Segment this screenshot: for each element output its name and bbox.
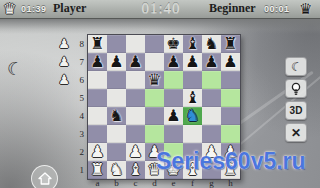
file-label-e: e bbox=[164, 179, 183, 188]
square-f5[interactable]: ♝ bbox=[183, 89, 202, 107]
piece-black-pawn: ♟ bbox=[202, 52, 221, 71]
square-a7[interactable]: ♟ bbox=[88, 53, 107, 71]
file-label-c: c bbox=[126, 179, 145, 188]
hint-button[interactable] bbox=[285, 79, 307, 98]
close-button[interactable]: ✕ bbox=[285, 123, 307, 142]
square-c2[interactable]: ♟ bbox=[126, 143, 145, 161]
watermark-text: Series60v5.ru bbox=[156, 148, 306, 175]
piece-black-pawn: ♟ bbox=[164, 106, 183, 125]
square-h5[interactable] bbox=[221, 89, 240, 107]
square-f7[interactable]: ♟ bbox=[183, 53, 202, 71]
square-g7[interactable]: ♟ bbox=[202, 53, 221, 71]
square-g8[interactable]: ♞ bbox=[202, 35, 221, 53]
square-c1[interactable]: ♝ bbox=[126, 161, 145, 179]
captured-white-pawns-tray: ♟♟♟ bbox=[56, 35, 72, 89]
square-d3[interactable] bbox=[145, 125, 164, 143]
piece-white-pawn: ♟ bbox=[88, 142, 107, 161]
white-player-clock: 01:39 bbox=[21, 4, 47, 14]
piece-white-knight: ♞ bbox=[183, 106, 202, 125]
square-b8[interactable] bbox=[107, 35, 126, 53]
black-crown-icon: ♛ bbox=[299, 0, 312, 18]
rank-label-6: 6 bbox=[72, 71, 84, 89]
black-player-name: Beginner bbox=[209, 1, 256, 16]
rank-labels: 87654321 bbox=[72, 35, 84, 179]
captured-white-pawn-2: ♟ bbox=[56, 53, 72, 71]
square-d8[interactable] bbox=[145, 35, 164, 53]
square-e6[interactable] bbox=[164, 71, 183, 89]
piece-black-pawn: ♟ bbox=[88, 52, 107, 71]
rank-label-5: 5 bbox=[72, 89, 84, 107]
square-f6[interactable] bbox=[183, 71, 202, 89]
piece-black-pawn: ♟ bbox=[221, 52, 240, 71]
lightbulb-icon bbox=[290, 82, 302, 96]
square-b4[interactable]: ♞ bbox=[107, 107, 126, 125]
rank-label-4: 4 bbox=[72, 107, 84, 125]
file-labels: abcdefgh bbox=[88, 179, 240, 188]
square-g5[interactable] bbox=[202, 89, 221, 107]
square-c3[interactable] bbox=[126, 125, 145, 143]
square-d7[interactable] bbox=[145, 53, 164, 71]
square-e4[interactable]: ♟ bbox=[164, 107, 183, 125]
captured-white-pawn-3: ♟ bbox=[56, 71, 72, 89]
top-status-bar: ♛ 01:39 Player 01:40 Beginner 00:01 ♛ bbox=[0, 0, 320, 19]
file-label-g: g bbox=[202, 179, 221, 188]
square-e8[interactable]: ♚ bbox=[164, 35, 183, 53]
square-h8[interactable]: ♜ bbox=[221, 35, 240, 53]
piece-black-knight: ♞ bbox=[202, 34, 221, 53]
square-b3[interactable] bbox=[107, 125, 126, 143]
piece-black-pawn: ♟ bbox=[126, 52, 145, 71]
square-b6[interactable] bbox=[107, 71, 126, 89]
file-label-h: h bbox=[221, 179, 240, 188]
rank-label-8: 8 bbox=[72, 35, 84, 53]
square-f8[interactable]: ♝ bbox=[183, 35, 202, 53]
square-g3[interactable] bbox=[202, 125, 221, 143]
home-button[interactable] bbox=[31, 165, 58, 188]
piece-white-bishop: ♝ bbox=[126, 160, 145, 179]
square-g4[interactable] bbox=[202, 107, 221, 125]
square-e5[interactable] bbox=[164, 89, 183, 107]
square-a6[interactable] bbox=[88, 71, 107, 89]
square-h3[interactable] bbox=[221, 125, 240, 143]
view-3d-button[interactable]: 3D bbox=[285, 101, 307, 120]
square-g6[interactable] bbox=[202, 71, 221, 89]
square-a8[interactable]: ♜ bbox=[88, 35, 107, 53]
file-label-f: f bbox=[183, 179, 202, 188]
square-c4[interactable] bbox=[126, 107, 145, 125]
rank-label-3: 3 bbox=[72, 125, 84, 143]
square-h4[interactable] bbox=[221, 107, 240, 125]
white-player-name: Player bbox=[53, 1, 86, 16]
file-label-b: b bbox=[107, 179, 126, 188]
piece-black-knight: ♞ bbox=[107, 106, 126, 125]
view-3d-label: 3D bbox=[290, 105, 303, 116]
piece-black-rook: ♜ bbox=[221, 34, 240, 53]
piece-black-pawn: ♟ bbox=[164, 52, 183, 71]
square-c7[interactable]: ♟ bbox=[126, 53, 145, 71]
square-e7[interactable]: ♟ bbox=[164, 53, 183, 71]
file-label-d: d bbox=[145, 179, 164, 188]
piece-white-rook: ♜ bbox=[88, 160, 107, 179]
rank-label-1: 1 bbox=[72, 161, 84, 179]
square-a1[interactable]: ♜ bbox=[88, 161, 107, 179]
square-d5[interactable] bbox=[145, 89, 164, 107]
square-d4[interactable] bbox=[145, 107, 164, 125]
square-c8[interactable] bbox=[126, 35, 145, 53]
square-d6[interactable]: ♛ bbox=[145, 71, 164, 89]
home-icon bbox=[38, 172, 52, 185]
captured-white-pawn-1: ♟ bbox=[56, 35, 72, 53]
square-a4[interactable] bbox=[88, 107, 107, 125]
piece-black-king: ♚ bbox=[164, 34, 183, 53]
square-a5[interactable] bbox=[88, 89, 107, 107]
square-a3[interactable] bbox=[88, 125, 107, 143]
chess-app-screen: ♛ 01:39 Player 01:40 Beginner 00:01 ♛ ☾ … bbox=[0, 0, 320, 188]
piece-black-queen: ♛ bbox=[145, 70, 164, 89]
square-f4[interactable]: ♞ bbox=[183, 107, 202, 125]
square-b1[interactable]: ♞ bbox=[107, 161, 126, 179]
main-clock: 01:40 bbox=[132, 0, 190, 17]
square-b2[interactable] bbox=[107, 143, 126, 161]
piece-white-knight: ♞ bbox=[107, 160, 126, 179]
piece-black-bishop: ♝ bbox=[183, 88, 202, 107]
piece-black-bishop: ♝ bbox=[183, 34, 202, 53]
rank-label-2: 2 bbox=[72, 143, 84, 161]
square-a2[interactable]: ♟ bbox=[88, 143, 107, 161]
square-h6[interactable] bbox=[221, 71, 240, 89]
crescent-decor-icon: ☾ bbox=[5, 57, 25, 81]
square-f3[interactable] bbox=[183, 125, 202, 143]
piece-black-pawn: ♟ bbox=[183, 52, 202, 71]
close-icon: ✕ bbox=[291, 127, 301, 139]
piece-white-pawn: ♟ bbox=[126, 142, 145, 161]
piece-black-rook: ♜ bbox=[88, 34, 107, 53]
wallpaper-shade-band bbox=[0, 18, 320, 34]
white-crown-icon: ♛ bbox=[3, 0, 16, 18]
piece-black-pawn: ♟ bbox=[107, 52, 126, 71]
square-e3[interactable] bbox=[164, 125, 183, 143]
square-c6[interactable] bbox=[126, 71, 145, 89]
square-b5[interactable] bbox=[107, 89, 126, 107]
black-player-clock: 00:01 bbox=[264, 4, 290, 14]
crescent-button[interactable]: ☾ bbox=[285, 57, 307, 76]
crescent-icon: ☾ bbox=[289, 60, 302, 74]
file-label-a: a bbox=[88, 179, 107, 188]
square-b7[interactable]: ♟ bbox=[107, 53, 126, 71]
rank-label-7: 7 bbox=[72, 53, 84, 71]
side-button-panel: ☾ 3D ✕ bbox=[285, 57, 307, 145]
square-c5[interactable] bbox=[126, 89, 145, 107]
square-h7[interactable]: ♟ bbox=[221, 53, 240, 71]
